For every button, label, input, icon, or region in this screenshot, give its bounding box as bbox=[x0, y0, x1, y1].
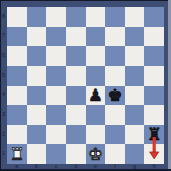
square-h2[interactable]: ♜ bbox=[144, 125, 164, 145]
rank-label-2: 2 bbox=[0, 132, 7, 138]
square-e5[interactable] bbox=[86, 66, 106, 86]
square-b4[interactable] bbox=[27, 86, 47, 106]
square-d5[interactable] bbox=[66, 66, 86, 86]
square-g4[interactable] bbox=[125, 86, 145, 106]
square-a4[interactable] bbox=[7, 86, 27, 106]
square-d2[interactable] bbox=[66, 125, 86, 145]
square-a1[interactable]: ♜ bbox=[7, 144, 27, 164]
square-g2[interactable] bbox=[125, 125, 145, 145]
square-d8[interactable] bbox=[66, 7, 86, 27]
square-h5[interactable] bbox=[144, 66, 164, 86]
square-f3[interactable] bbox=[105, 105, 125, 125]
square-a7[interactable] bbox=[7, 27, 27, 47]
square-c1[interactable] bbox=[46, 144, 66, 164]
rank-label-6: 6 bbox=[0, 53, 7, 59]
rank-label-1: 1 bbox=[0, 151, 7, 157]
square-c8[interactable] bbox=[46, 7, 66, 27]
square-g5[interactable] bbox=[125, 66, 145, 86]
square-a5[interactable] bbox=[7, 66, 27, 86]
square-f2[interactable] bbox=[105, 125, 125, 145]
square-h7[interactable] bbox=[144, 27, 164, 47]
piece-black-pawn[interactable]: ♟ bbox=[88, 86, 103, 105]
piece-white-rook[interactable]: ♜ bbox=[9, 145, 24, 164]
square-e4[interactable]: ♟ bbox=[86, 86, 106, 106]
square-d4[interactable] bbox=[66, 86, 86, 106]
frame-edge-right bbox=[168, 0, 171, 171]
square-f1[interactable] bbox=[105, 144, 125, 164]
square-a2[interactable] bbox=[7, 125, 27, 145]
rank-label-4: 4 bbox=[0, 92, 7, 98]
piece-black-rook[interactable]: ♜ bbox=[147, 125, 162, 144]
square-d6[interactable] bbox=[66, 46, 86, 66]
square-b3[interactable] bbox=[27, 105, 47, 125]
square-c2[interactable] bbox=[46, 125, 66, 145]
square-a8[interactable] bbox=[7, 7, 27, 27]
piece-black-king[interactable]: ♚ bbox=[107, 86, 122, 105]
file-label-a: a bbox=[7, 163, 27, 170]
square-g1[interactable] bbox=[125, 144, 145, 164]
square-c4[interactable] bbox=[46, 86, 66, 106]
square-c7[interactable] bbox=[46, 27, 66, 47]
square-e3[interactable] bbox=[86, 105, 106, 125]
square-e8[interactable] bbox=[86, 7, 106, 27]
square-g8[interactable] bbox=[125, 7, 145, 27]
file-label-e: e bbox=[86, 163, 106, 170]
rank-label-5: 5 bbox=[0, 73, 7, 79]
square-g3[interactable] bbox=[125, 105, 145, 125]
square-b7[interactable] bbox=[27, 27, 47, 47]
piece-white-king[interactable]: ♚ bbox=[88, 145, 103, 164]
square-b8[interactable] bbox=[27, 7, 47, 27]
square-h3[interactable] bbox=[144, 105, 164, 125]
square-b6[interactable] bbox=[27, 46, 47, 66]
square-b1[interactable] bbox=[27, 144, 47, 164]
file-label-b: b bbox=[27, 163, 47, 170]
square-h6[interactable] bbox=[144, 46, 164, 66]
frame-edge-top bbox=[0, 0, 171, 1]
square-g7[interactable] bbox=[125, 27, 145, 47]
square-b2[interactable] bbox=[27, 125, 47, 145]
square-d7[interactable] bbox=[66, 27, 86, 47]
square-c5[interactable] bbox=[46, 66, 66, 86]
square-f4[interactable]: ♚ bbox=[105, 86, 125, 106]
square-c3[interactable] bbox=[46, 105, 66, 125]
square-b5[interactable] bbox=[27, 66, 47, 86]
square-h8[interactable] bbox=[144, 7, 164, 27]
square-h1[interactable] bbox=[144, 144, 164, 164]
square-f8[interactable] bbox=[105, 7, 125, 27]
square-d1[interactable] bbox=[66, 144, 86, 164]
square-f7[interactable] bbox=[105, 27, 125, 47]
square-e1[interactable]: ♚ bbox=[86, 144, 106, 164]
frame-edge-left bbox=[0, 0, 1, 171]
file-label-g: g bbox=[125, 163, 145, 170]
file-label-f: f bbox=[105, 163, 125, 170]
file-label-h: h bbox=[144, 163, 164, 170]
board-frame: ♟♚♜♜♚ 87654321abcdefgh bbox=[0, 0, 171, 171]
square-d3[interactable] bbox=[66, 105, 86, 125]
square-a6[interactable] bbox=[7, 46, 27, 66]
square-f5[interactable] bbox=[105, 66, 125, 86]
square-f6[interactable] bbox=[105, 46, 125, 66]
file-label-d: d bbox=[66, 163, 86, 170]
rank-label-7: 7 bbox=[0, 33, 7, 39]
chess-board[interactable]: ♟♚♜♜♚ bbox=[7, 7, 164, 164]
square-h4[interactable] bbox=[144, 86, 164, 106]
file-label-c: c bbox=[46, 163, 66, 170]
square-a3[interactable] bbox=[7, 105, 27, 125]
rank-label-8: 8 bbox=[0, 14, 7, 20]
square-g6[interactable] bbox=[125, 46, 145, 66]
square-e2[interactable] bbox=[86, 125, 106, 145]
square-e6[interactable] bbox=[86, 46, 106, 66]
rank-label-3: 3 bbox=[0, 112, 7, 118]
square-c6[interactable] bbox=[46, 46, 66, 66]
square-e7[interactable] bbox=[86, 27, 106, 47]
